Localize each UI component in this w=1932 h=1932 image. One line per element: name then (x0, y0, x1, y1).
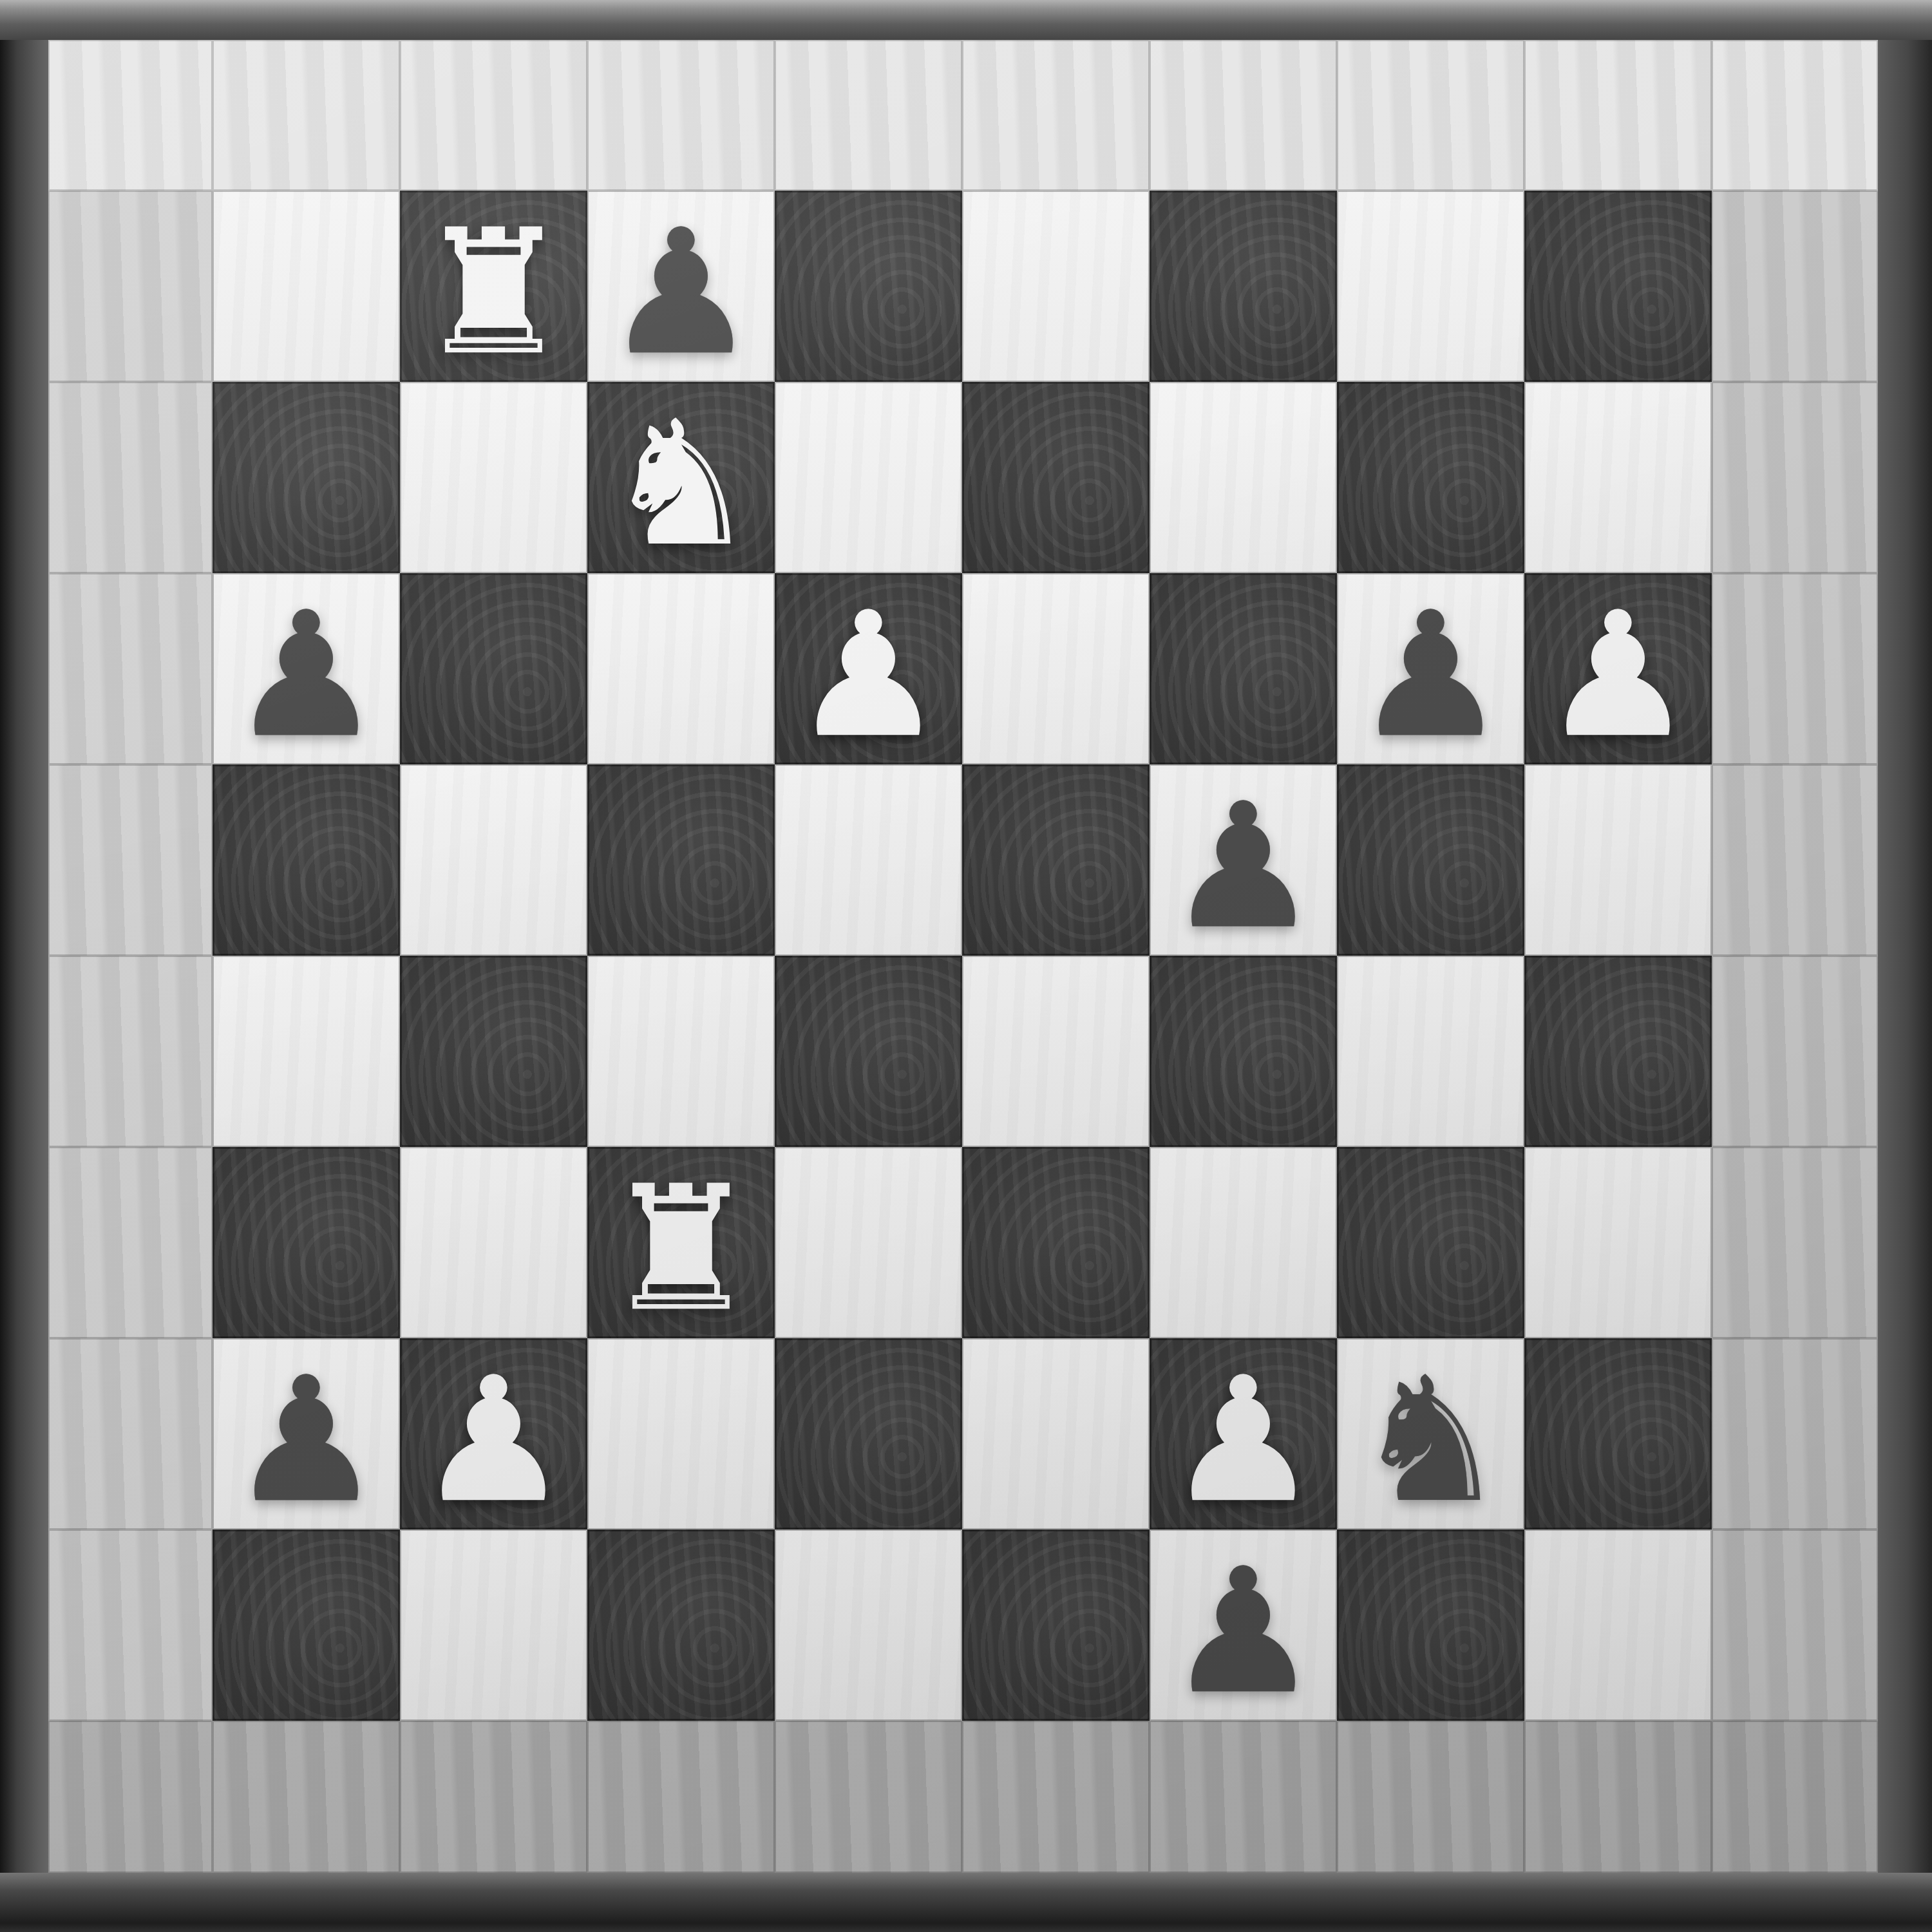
margin-cell (1712, 1338, 1878, 1529)
margin-cell (962, 40, 1150, 191)
black-pawn[interactable]: ♟ (229, 1354, 383, 1526)
square-d3[interactable] (775, 1147, 962, 1338)
margin-cell (48, 1721, 213, 1873)
margin-cell (775, 40, 962, 191)
black-pawn[interactable]: ♟ (1353, 589, 1508, 761)
square-d1[interactable] (775, 1529, 962, 1721)
black-pawn[interactable]: ♟ (603, 206, 758, 379)
square-e7[interactable] (962, 382, 1150, 573)
square-c8[interactable]: ♟ (587, 191, 775, 382)
square-g7[interactable] (1337, 382, 1524, 573)
square-c3[interactable]: ♜ (587, 1147, 775, 1338)
margin-cell (587, 40, 775, 191)
square-d8[interactable] (775, 191, 962, 382)
square-b7[interactable] (400, 382, 587, 573)
square-a1[interactable] (213, 1529, 400, 1721)
margin-cell (213, 40, 400, 191)
square-g8[interactable] (1337, 191, 1524, 382)
margin-cell (1337, 1721, 1524, 1873)
square-f7[interactable] (1150, 382, 1337, 573)
square-d7[interactable] (775, 382, 962, 573)
square-c4[interactable] (587, 956, 775, 1147)
square-b1[interactable] (400, 1529, 587, 1721)
square-a5[interactable] (213, 764, 400, 956)
white-pawn[interactable]: ♟ (416, 1354, 571, 1526)
square-e1[interactable] (962, 1529, 1150, 1721)
square-a4[interactable] (213, 956, 400, 1147)
margin-cell (1524, 1721, 1712, 1873)
square-c2[interactable] (587, 1338, 775, 1529)
square-h3[interactable] (1524, 1147, 1712, 1338)
black-pawn[interactable]: ♟ (229, 589, 383, 761)
square-c7[interactable]: ♞ (587, 382, 775, 573)
board-frame-bottom (0, 1873, 1932, 1932)
square-f8[interactable] (1150, 191, 1337, 382)
margin-cell (48, 1529, 213, 1721)
margin-cell (1712, 191, 1878, 382)
margin-cell (48, 382, 213, 573)
square-e4[interactable] (962, 956, 1150, 1147)
square-h4[interactable] (1524, 956, 1712, 1147)
square-e2[interactable] (962, 1338, 1150, 1529)
margin-cell (775, 1721, 962, 1873)
black-pawn[interactable]: ♟ (1166, 1545, 1320, 1718)
board-frame-top (0, 0, 1932, 40)
margin-cell (1712, 1147, 1878, 1338)
margin-cell (48, 40, 213, 191)
margin-cell (48, 956, 213, 1147)
square-h1[interactable] (1524, 1529, 1712, 1721)
board-frame-left (0, 0, 48, 1932)
square-g3[interactable] (1337, 1147, 1524, 1338)
square-b2[interactable]: ♟ (400, 1338, 587, 1529)
square-f2[interactable]: ♟ (1150, 1338, 1337, 1529)
square-a7[interactable] (213, 382, 400, 573)
square-h2[interactable] (1524, 1338, 1712, 1529)
white-rook[interactable]: ♜ (416, 206, 571, 379)
square-h8[interactable] (1524, 191, 1712, 382)
square-e3[interactable] (962, 1147, 1150, 1338)
square-e5[interactable] (962, 764, 1150, 956)
margin-cell (48, 1147, 213, 1338)
square-h5[interactable] (1524, 764, 1712, 956)
margin-cell (1712, 1721, 1878, 1873)
margin-cell (48, 1338, 213, 1529)
square-g2[interactable]: ♞ (1337, 1338, 1524, 1529)
square-d5[interactable] (775, 764, 962, 956)
margin-cell (962, 1721, 1150, 1873)
board-frame-right (1878, 0, 1932, 1932)
white-knight[interactable]: ♞ (603, 397, 758, 570)
margin-cell (1150, 40, 1337, 191)
square-g6[interactable]: ♟ (1337, 573, 1524, 764)
black-pawn[interactable]: ♟ (1166, 780, 1320, 952)
square-d6[interactable]: ♟ (775, 573, 962, 764)
square-a3[interactable] (213, 1147, 400, 1338)
margin-cell (1712, 1529, 1878, 1721)
square-f1[interactable]: ♟ (1150, 1529, 1337, 1721)
white-pawn[interactable]: ♟ (1540, 589, 1695, 761)
square-h6[interactable]: ♟ (1524, 573, 1712, 764)
margin-cell (1712, 382, 1878, 573)
square-c1[interactable] (587, 1529, 775, 1721)
margin-cell (213, 1721, 400, 1873)
square-b4[interactable] (400, 956, 587, 1147)
square-a6[interactable]: ♟ (213, 573, 400, 764)
margin-cell (1712, 573, 1878, 764)
square-h7[interactable] (1524, 382, 1712, 573)
square-f6[interactable] (1150, 573, 1337, 764)
chessboard-photo: ♜♟♞♟♟♟♟♟♜♟♟♟♞♟ (0, 0, 1932, 1932)
margin-cell (1712, 40, 1878, 191)
square-b6[interactable] (400, 573, 587, 764)
white-rook[interactable]: ♜ (603, 1162, 758, 1335)
square-d2[interactable] (775, 1338, 962, 1529)
square-a2[interactable]: ♟ (213, 1338, 400, 1529)
margin-cell (1524, 40, 1712, 191)
white-pawn[interactable]: ♟ (1166, 1354, 1320, 1526)
square-c6[interactable] (587, 573, 775, 764)
margin-cell (400, 1721, 587, 1873)
margin-cell (587, 1721, 775, 1873)
margin-cell (1150, 1721, 1337, 1873)
square-f3[interactable] (1150, 1147, 1337, 1338)
margin-cell (1712, 764, 1878, 956)
margin-cell (48, 573, 213, 764)
square-e6[interactable] (962, 573, 1150, 764)
white-pawn[interactable]: ♟ (791, 589, 945, 761)
square-e8[interactable] (962, 191, 1150, 382)
margin-cell (1712, 956, 1878, 1147)
square-b5[interactable] (400, 764, 587, 956)
square-b8[interactable]: ♜ (400, 191, 587, 382)
square-c5[interactable] (587, 764, 775, 956)
square-g4[interactable] (1337, 956, 1524, 1147)
square-f5[interactable]: ♟ (1150, 764, 1337, 956)
black-knight[interactable]: ♞ (1353, 1354, 1508, 1526)
square-a8[interactable] (213, 191, 400, 382)
board-grid: ♜♟♞♟♟♟♟♟♜♟♟♟♞♟ (48, 40, 1878, 1873)
margin-cell (48, 191, 213, 382)
margin-cell (48, 764, 213, 956)
square-f4[interactable] (1150, 956, 1337, 1147)
square-d4[interactable] (775, 956, 962, 1147)
square-g5[interactable] (1337, 764, 1524, 956)
square-b3[interactable] (400, 1147, 587, 1338)
margin-cell (1337, 40, 1524, 191)
margin-cell (400, 40, 587, 191)
square-g1[interactable] (1337, 1529, 1524, 1721)
